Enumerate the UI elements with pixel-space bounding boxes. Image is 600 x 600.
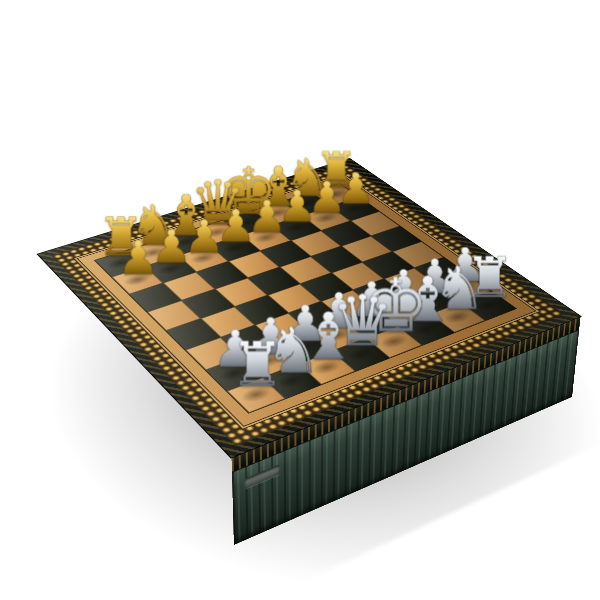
scene: ♜♞♝♛♚♝♞♜♟♟♟♟♟♟♟♟♟♟♟♟♟♟♟♟♜♞♝♛♚♝♞♜: [0, 0, 600, 600]
silver-rook-glyph: ♜: [230, 335, 284, 396]
chess-case: ♜♞♝♛♚♝♞♜♟♟♟♟♟♟♟♟♟♟♟♟♟♟♟♟♜♞♝♛♚♝♞♜: [38, 159, 581, 458]
gold-pawn-glyph: ♟: [118, 235, 159, 281]
photo-backdrop: ♜♞♝♛♚♝♞♜♟♟♟♟♟♟♟♟♟♟♟♟♟♟♟♟♜♞♝♛♚♝♞♜: [0, 0, 600, 600]
clasp-slot: [244, 464, 280, 489]
